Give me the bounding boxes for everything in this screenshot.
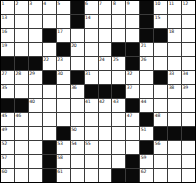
clue-number-56: 56: [155, 141, 160, 146]
cell-r5c0[interactable]: 27: [1, 71, 14, 84]
clue-number-57: 57: [2, 155, 7, 160]
cell-r2c7[interactable]: [99, 29, 112, 42]
cell-r3c10[interactable]: 21: [140, 43, 153, 56]
clue-number-39: 39: [183, 85, 188, 90]
cell-r6c3[interactable]: [43, 85, 56, 98]
clue-number-10: 10: [155, 1, 160, 6]
cell-r1c13[interactable]: [182, 15, 195, 28]
block-r4c1: [15, 57, 28, 70]
clue-number-2: 2: [15, 1, 18, 6]
block-r10c3: [43, 141, 56, 154]
cell-r5c8[interactable]: [112, 71, 125, 84]
cell-r2c5[interactable]: [71, 29, 84, 42]
cell-r2c12[interactable]: 18: [168, 29, 181, 42]
block-r6c8: [112, 85, 125, 98]
cell-r0c4[interactable]: 5: [57, 1, 70, 14]
block-r7c0: [1, 99, 14, 112]
cell-r7c2[interactable]: 40: [29, 99, 42, 112]
cell-r9c7[interactable]: [99, 127, 112, 140]
cell-r1c6[interactable]: 14: [85, 15, 98, 28]
cell-r3c2[interactable]: [29, 43, 42, 56]
block-r5c5: [71, 71, 84, 84]
cell-r10c7[interactable]: [99, 141, 112, 154]
block-r9c13: [182, 127, 195, 140]
block-r11c9: [126, 155, 139, 168]
cell-r6c11[interactable]: [154, 85, 167, 98]
block-r2c11: [154, 29, 167, 42]
cell-r12c13[interactable]: [182, 169, 195, 182]
block-r12c9: [126, 169, 139, 182]
cell-r10c5[interactable]: 54: [71, 141, 84, 154]
clue-number-20: 20: [71, 43, 76, 48]
cell-r10c6[interactable]: 55: [85, 141, 98, 154]
cell-r8c5[interactable]: [71, 113, 84, 126]
block-r4c0: [1, 57, 14, 70]
cell-r11c1[interactable]: [15, 155, 28, 168]
cell-r6c12[interactable]: 38: [168, 85, 181, 98]
cell-r2c6[interactable]: [85, 29, 98, 42]
block-r4c2: [29, 57, 42, 70]
cell-r7c3[interactable]: [43, 99, 56, 112]
cell-r9c9[interactable]: [126, 127, 139, 140]
clue-number-55: 55: [85, 141, 90, 146]
clue-number-48: 48: [155, 113, 160, 118]
cell-r1c12[interactable]: [168, 15, 181, 28]
cell-r9c2[interactable]: [29, 127, 42, 140]
cell-r1c2[interactable]: [29, 15, 42, 28]
cell-r7c4[interactable]: [57, 99, 70, 112]
cell-r4c13[interactable]: [182, 57, 195, 70]
block-r0c10: [140, 1, 153, 14]
cell-r0c2[interactable]: 3: [29, 1, 42, 14]
cell-r8c6[interactable]: [85, 113, 98, 126]
cell-r1c11[interactable]: 15: [154, 15, 167, 28]
cell-r8c9[interactable]: 47: [126, 113, 139, 126]
cell-r12c2[interactable]: [29, 169, 42, 182]
clue-number-19: 19: [2, 43, 7, 48]
cell-r5c6[interactable]: 31: [85, 71, 98, 84]
cell-r6c4[interactable]: [57, 85, 70, 98]
clue-number-51: 51: [141, 127, 146, 132]
cell-r11c10[interactable]: 59: [140, 155, 153, 168]
cell-r1c1[interactable]: [15, 15, 28, 28]
block-r1c5: [71, 15, 84, 28]
cell-r8c12[interactable]: [168, 113, 181, 126]
clue-number-58: 58: [57, 155, 62, 160]
block-r3c4: [57, 43, 70, 56]
clue-number-37: 37: [127, 85, 132, 90]
cell-r8c3[interactable]: [43, 113, 56, 126]
cell-r8c13[interactable]: [182, 113, 195, 126]
cell-r8c4[interactable]: [57, 113, 70, 126]
block-r10c10: [140, 141, 153, 154]
cell-r4c11[interactable]: [154, 57, 167, 70]
block-r6c7: [99, 85, 112, 98]
cell-r0c8[interactable]: 8: [112, 1, 125, 14]
block-r12c3: [43, 169, 56, 182]
clue-number-24: 24: [99, 57, 104, 62]
cell-r10c4[interactable]: 53: [57, 141, 70, 154]
cell-r4c6[interactable]: [85, 57, 98, 70]
cell-r4c10[interactable]: 26: [140, 57, 153, 70]
cell-r5c13[interactable]: 34: [182, 71, 195, 84]
cell-r4c7[interactable]: 24: [99, 57, 112, 70]
clue-number-7: 7: [99, 1, 102, 6]
block-r1c10: [140, 15, 153, 28]
cell-r8c7[interactable]: [99, 113, 112, 126]
block-r5c11: [154, 71, 167, 84]
cell-r2c4[interactable]: 17: [57, 29, 70, 42]
cell-r10c13[interactable]: [182, 141, 195, 154]
cell-r5c10[interactable]: [140, 71, 153, 84]
clue-number-50: 50: [71, 127, 76, 132]
cell-r12c6[interactable]: [85, 169, 98, 182]
block-r7c1: [15, 99, 28, 112]
clue-number-49: 49: [2, 127, 7, 132]
clue-number-53: 53: [57, 141, 62, 146]
clue-number-3: 3: [29, 1, 32, 6]
cell-r8c0[interactable]: 45: [1, 113, 14, 126]
clue-number-17: 17: [57, 29, 62, 34]
block-r5c3: [43, 71, 56, 84]
block-r2c3: [43, 29, 56, 42]
clue-number-25: 25: [113, 57, 118, 62]
clue-number-33: 33: [169, 71, 174, 76]
cell-r3c13[interactable]: [182, 43, 195, 56]
block-r3c8: [112, 43, 125, 56]
block-r2c10: [140, 29, 153, 42]
cell-r12c1[interactable]: [15, 169, 28, 182]
cell-r0c6[interactable]: 6: [85, 1, 98, 14]
cell-r2c2[interactable]: [29, 29, 42, 42]
cell-r11c11[interactable]: [154, 155, 167, 168]
cell-r12c7[interactable]: [99, 169, 112, 182]
cell-r12c5[interactable]: [71, 169, 84, 182]
cell-r0c3[interactable]: 4: [43, 1, 56, 14]
cell-r1c4[interactable]: [57, 15, 70, 28]
cell-r6c0[interactable]: 35: [1, 85, 14, 98]
cell-r9c6[interactable]: [85, 127, 98, 140]
cell-r6c1[interactable]: [15, 85, 28, 98]
block-r3c9: [126, 43, 139, 56]
clue-number-21: 21: [141, 43, 146, 48]
clue-number-4: 4: [43, 1, 46, 6]
clue-number-6: 6: [85, 1, 88, 6]
clue-number-61: 61: [57, 169, 62, 174]
cell-r8c1[interactable]: 46: [15, 113, 28, 126]
clue-number-52: 52: [2, 141, 7, 146]
cell-r7c13[interactable]: [182, 99, 195, 112]
clue-number-31: 31: [85, 71, 90, 76]
cell-r2c9[interactable]: [126, 29, 139, 42]
cell-r11c6[interactable]: [85, 155, 98, 168]
cell-r4c5[interactable]: [71, 57, 84, 70]
clue-number-54: 54: [71, 141, 76, 146]
cell-r4c12[interactable]: [168, 57, 181, 70]
clue-number-60: 60: [2, 169, 7, 174]
cell-r12c12[interactable]: [168, 169, 181, 182]
cell-r1c9[interactable]: [126, 15, 139, 28]
cell-r3c12[interactable]: [168, 43, 181, 56]
clue-number-62: 62: [141, 169, 146, 174]
clue-number-16: 16: [2, 29, 7, 34]
cell-r2c1[interactable]: [15, 29, 28, 42]
cell-r11c7[interactable]: [99, 155, 112, 168]
cell-r5c1[interactable]: 28: [15, 71, 28, 84]
clue-number-15: 15: [155, 15, 160, 20]
cell-r10c8[interactable]: [112, 141, 125, 154]
cell-r3c7[interactable]: [99, 43, 112, 56]
cell-r7c6[interactable]: 41: [85, 99, 98, 112]
cell-r0c9[interactable]: 9: [126, 1, 139, 14]
cell-r10c1[interactable]: [15, 141, 28, 154]
clue-number-1: 1: [2, 1, 5, 6]
cell-r7c8[interactable]: 43: [112, 99, 125, 112]
cell-r6c2[interactable]: [29, 85, 42, 98]
clue-number-42: 42: [99, 99, 104, 104]
cell-r1c7[interactable]: [99, 15, 112, 28]
cell-r10c9[interactable]: [126, 141, 139, 154]
cell-r0c0[interactable]: 1: [1, 1, 14, 14]
block-r6c6: [85, 85, 98, 98]
cell-r3c11[interactable]: [154, 43, 167, 56]
cell-r5c12[interactable]: 33: [168, 71, 181, 84]
cell-r7c12[interactable]: [168, 99, 181, 112]
cell-r10c2[interactable]: [29, 141, 42, 154]
cell-r10c11[interactable]: 56: [154, 141, 167, 154]
cell-r4c4[interactable]: 23: [57, 57, 70, 70]
cell-r0c12[interactable]: 11: [168, 1, 181, 14]
clue-number-44: 44: [141, 99, 146, 104]
cell-r11c0[interactable]: 57: [1, 155, 14, 168]
clue-number-30: 30: [57, 71, 62, 76]
cell-r3c1[interactable]: [15, 43, 28, 56]
cell-r4c3[interactable]: 22: [43, 57, 56, 70]
clue-number-32: 32: [127, 71, 132, 76]
block-r11c3: [43, 155, 56, 168]
cell-r11c13[interactable]: [182, 155, 195, 168]
cell-r12c4[interactable]: 61: [57, 169, 70, 182]
cell-r0c11[interactable]: 10: [154, 1, 167, 14]
clue-number-35: 35: [2, 85, 7, 90]
cell-r10c0[interactable]: 52: [1, 141, 14, 154]
cell-r7c11[interactable]: [154, 99, 167, 112]
block-r8c10: [140, 113, 153, 126]
block-r9c12: [168, 127, 181, 140]
block-r4c9: [126, 57, 139, 70]
clue-number-18: 18: [169, 29, 174, 34]
cell-r0c7[interactable]: 7: [99, 1, 112, 14]
cell-r2c0[interactable]: 16: [1, 29, 14, 42]
clue-number-43: 43: [113, 99, 118, 104]
cell-r4c8[interactable]: 25: [112, 57, 125, 70]
cell-r7c5[interactable]: [71, 99, 84, 112]
block-r9c4: [57, 127, 70, 140]
clue-number-27: 27: [2, 71, 7, 76]
clue-number-23: 23: [57, 57, 62, 62]
cell-r6c9[interactable]: 37: [126, 85, 139, 98]
clue-number-13: 13: [2, 15, 7, 20]
cell-r3c0[interactable]: 19: [1, 43, 14, 56]
cell-r11c12[interactable]: [168, 155, 181, 168]
cell-r6c13[interactable]: 39: [182, 85, 195, 98]
cell-r1c3[interactable]: [43, 15, 56, 28]
block-r7c9: [126, 99, 139, 112]
cell-r1c8[interactable]: [112, 15, 125, 28]
clue-number-34: 34: [183, 71, 188, 76]
cell-r11c2[interactable]: [29, 155, 42, 168]
cell-r6c10[interactable]: [140, 85, 153, 98]
cell-r5c4[interactable]: 30: [57, 71, 70, 84]
clue-number-9: 9: [127, 1, 130, 6]
cell-r11c8[interactable]: [112, 155, 125, 168]
cell-r9c1[interactable]: [15, 127, 28, 140]
clue-number-12: 12: [183, 1, 188, 6]
cell-r12c10[interactable]: 62: [140, 169, 153, 182]
cell-r12c11[interactable]: [154, 169, 167, 182]
cell-r3c6[interactable]: [85, 43, 98, 56]
cell-r5c7[interactable]: [99, 71, 112, 84]
cell-r3c3[interactable]: [43, 43, 56, 56]
cell-r9c8[interactable]: [112, 127, 125, 140]
cell-r3c5[interactable]: 20: [71, 43, 84, 56]
cell-r7c10[interactable]: 44: [140, 99, 153, 112]
block-r9c11: [154, 127, 167, 140]
cell-r10c12[interactable]: [168, 141, 181, 154]
cell-r9c0[interactable]: 49: [1, 127, 14, 140]
block-r0c5: [71, 1, 84, 14]
clue-number-38: 38: [169, 85, 174, 90]
clue-number-41: 41: [85, 99, 90, 104]
cell-r5c2[interactable]: 29: [29, 71, 42, 84]
cell-r11c5[interactable]: [71, 155, 84, 168]
cell-r12c0[interactable]: 60: [1, 169, 14, 182]
clue-number-45: 45: [2, 113, 7, 118]
cell-r2c13[interactable]: [182, 29, 195, 42]
clue-number-40: 40: [29, 99, 34, 104]
cell-r9c10[interactable]: 51: [140, 127, 153, 140]
crossword-grid: 1234567891011121314151617181920212223242…: [1, 1, 195, 182]
cell-r8c2[interactable]: [29, 113, 42, 126]
cell-r5c9[interactable]: 32: [126, 71, 139, 84]
clue-number-28: 28: [15, 71, 20, 76]
cell-r0c1[interactable]: 2: [15, 1, 28, 14]
cell-r0c13[interactable]: 12: [182, 1, 195, 14]
cell-r9c3[interactable]: [43, 127, 56, 140]
clue-number-22: 22: [43, 57, 48, 62]
clue-number-11: 11: [169, 1, 174, 6]
clue-number-14: 14: [85, 15, 90, 20]
cell-r2c8[interactable]: [112, 29, 125, 42]
clue-number-26: 26: [141, 57, 146, 62]
cell-r1c0[interactable]: 13: [1, 15, 14, 28]
cell-r8c8[interactable]: [112, 113, 125, 126]
clue-number-29: 29: [29, 71, 34, 76]
clue-number-47: 47: [127, 113, 132, 118]
clue-number-36: 36: [71, 85, 76, 90]
cell-r8c11[interactable]: 48: [154, 113, 167, 126]
cell-r9c5[interactable]: 50: [71, 127, 84, 140]
clue-number-5: 5: [57, 1, 60, 6]
clue-number-8: 8: [113, 1, 116, 6]
cell-r7c7[interactable]: 42: [99, 99, 112, 112]
cell-r11c4[interactable]: 58: [57, 155, 70, 168]
cell-r6c5[interactable]: 36: [71, 85, 84, 98]
clue-number-46: 46: [15, 113, 20, 118]
block-r12c8: [112, 169, 125, 182]
crossword-board: 1234567891011121314151617181920212223242…: [0, 0, 196, 183]
clue-number-59: 59: [141, 155, 146, 160]
